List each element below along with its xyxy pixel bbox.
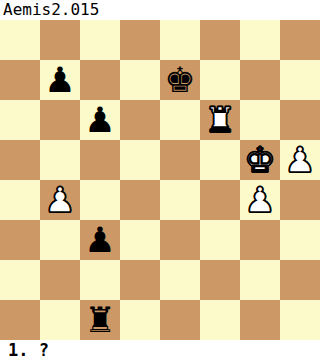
square-f6[interactable]: ♜ [200,100,240,140]
square-a3[interactable] [0,220,40,260]
square-h1[interactable] [280,300,320,340]
square-d7[interactable] [120,60,160,100]
white-pawn[interactable]: ♟ [240,180,280,220]
square-g1[interactable] [240,300,280,340]
diagram-title: Aemis2.015 [0,0,320,20]
square-e3[interactable] [160,220,200,260]
square-c5[interactable] [80,140,120,180]
square-d8[interactable] [120,20,160,60]
chess-board: ♟♚♟♜♚♟♟♟♟♜ [0,20,320,340]
black-pawn[interactable]: ♟ [80,220,120,260]
black-pawn[interactable]: ♟ [40,60,80,100]
square-g8[interactable] [240,20,280,60]
square-a7[interactable] [0,60,40,100]
square-d2[interactable] [120,260,160,300]
square-h5[interactable]: ♟ [280,140,320,180]
square-f1[interactable] [200,300,240,340]
square-e6[interactable] [160,100,200,140]
square-e4[interactable] [160,180,200,220]
square-a2[interactable] [0,260,40,300]
square-a8[interactable] [0,20,40,60]
white-king[interactable]: ♚ [240,140,280,180]
square-b4[interactable]: ♟ [40,180,80,220]
square-h2[interactable] [280,260,320,300]
square-h7[interactable] [280,60,320,100]
square-d6[interactable] [120,100,160,140]
square-c8[interactable] [80,20,120,60]
square-d4[interactable] [120,180,160,220]
square-f4[interactable] [200,180,240,220]
square-g3[interactable] [240,220,280,260]
square-h3[interactable] [280,220,320,260]
square-a1[interactable] [0,300,40,340]
square-b6[interactable] [40,100,80,140]
square-c7[interactable] [80,60,120,100]
square-d3[interactable] [120,220,160,260]
square-c4[interactable] [80,180,120,220]
square-e5[interactable] [160,140,200,180]
white-pawn[interactable]: ♟ [40,180,80,220]
square-h8[interactable] [280,20,320,60]
square-b5[interactable] [40,140,80,180]
black-king[interactable]: ♚ [160,60,200,100]
square-g6[interactable] [240,100,280,140]
square-f3[interactable] [200,220,240,260]
square-f2[interactable] [200,260,240,300]
square-h4[interactable] [280,180,320,220]
square-g4[interactable]: ♟ [240,180,280,220]
square-b2[interactable] [40,260,80,300]
square-b3[interactable] [40,220,80,260]
square-c1[interactable]: ♜ [80,300,120,340]
black-pawn[interactable]: ♟ [80,100,120,140]
white-rook[interactable]: ♜ [200,100,240,140]
square-b8[interactable] [40,20,80,60]
square-g5[interactable]: ♚ [240,140,280,180]
square-b1[interactable] [40,300,80,340]
chess-diagram-window: Aemis2.015 ♟♚♟♜♚♟♟♟♟♜ 1. ? [0,0,320,360]
square-e8[interactable] [160,20,200,60]
square-d5[interactable] [120,140,160,180]
square-e7[interactable]: ♚ [160,60,200,100]
square-c6[interactable]: ♟ [80,100,120,140]
square-b7[interactable]: ♟ [40,60,80,100]
square-a4[interactable] [0,180,40,220]
move-prompt: 1. ? [0,340,320,360]
square-a5[interactable] [0,140,40,180]
white-pawn[interactable]: ♟ [280,140,320,180]
square-h6[interactable] [280,100,320,140]
square-e2[interactable] [160,260,200,300]
black-rook[interactable]: ♜ [80,300,120,340]
square-f8[interactable] [200,20,240,60]
square-c2[interactable] [80,260,120,300]
square-c3[interactable]: ♟ [80,220,120,260]
square-f5[interactable] [200,140,240,180]
square-a6[interactable] [0,100,40,140]
square-g7[interactable] [240,60,280,100]
square-g2[interactable] [240,260,280,300]
square-f7[interactable] [200,60,240,100]
square-d1[interactable] [120,300,160,340]
square-e1[interactable] [160,300,200,340]
